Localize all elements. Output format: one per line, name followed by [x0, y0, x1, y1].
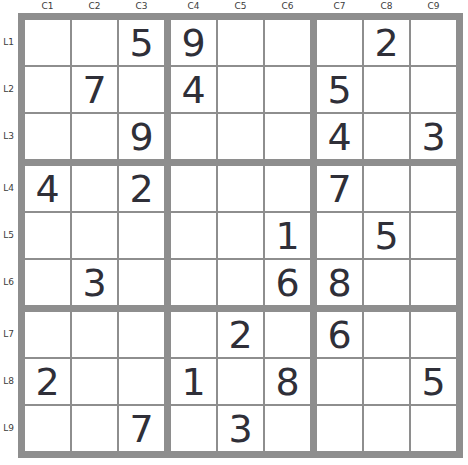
cell-L3C6[interactable]: [265, 114, 310, 159]
cell-L5C3[interactable]: [119, 213, 164, 258]
row-label-l7: L7: [0, 329, 14, 340]
cell-L9C4[interactable]: [171, 406, 216, 451]
cell-L7C6[interactable]: [265, 312, 310, 357]
cell-L1C6[interactable]: [265, 20, 310, 65]
cell-L7C3[interactable]: [119, 312, 164, 357]
cell-L7C8[interactable]: [364, 312, 409, 357]
box-1: 579: [25, 20, 164, 159]
cell-L8C3[interactable]: [119, 359, 164, 404]
cell-L5C4[interactable]: [171, 213, 216, 258]
cell-L8C4[interactable]: 1: [171, 359, 216, 404]
cell-L8C9[interactable]: 5: [411, 359, 456, 404]
cell-L3C9[interactable]: 3: [411, 114, 456, 159]
cell-L9C9[interactable]: [411, 406, 456, 451]
cell-L4C4[interactable]: [171, 166, 216, 211]
sudoku-page: 5799425434231675827218365 C1L1C2L2C3L3C4…: [0, 0, 468, 465]
column-label-c4: C4: [179, 1, 209, 12]
cell-L1C9[interactable]: [411, 20, 456, 65]
cell-L9C8[interactable]: [364, 406, 409, 451]
cell-L7C4[interactable]: [171, 312, 216, 357]
cell-L1C2[interactable]: [72, 20, 117, 65]
cell-L2C8[interactable]: [364, 67, 409, 112]
cell-L1C4[interactable]: 9: [171, 20, 216, 65]
sudoku-board: 5799425434231675827218365: [18, 13, 463, 458]
cell-L1C1[interactable]: [25, 20, 70, 65]
box-3: 2543: [317, 20, 456, 159]
row-label-l1: L1: [0, 37, 14, 48]
cell-L4C8[interactable]: [364, 166, 409, 211]
cell-L6C4[interactable]: [171, 260, 216, 305]
cell-L1C8[interactable]: 2: [364, 20, 409, 65]
cell-L2C5[interactable]: [218, 67, 263, 112]
cell-L3C1[interactable]: [25, 114, 70, 159]
column-label-c1: C1: [33, 1, 63, 12]
cell-L4C9[interactable]: [411, 166, 456, 211]
cell-L4C6[interactable]: [265, 166, 310, 211]
cell-L6C5[interactable]: [218, 260, 263, 305]
cell-L4C5[interactable]: [218, 166, 263, 211]
cell-L7C5[interactable]: 2: [218, 312, 263, 357]
cell-L2C1[interactable]: [25, 67, 70, 112]
cell-L9C7[interactable]: [317, 406, 362, 451]
row-label-l3: L3: [0, 131, 14, 142]
cell-L2C2[interactable]: 7: [72, 67, 117, 112]
box-2: 94: [171, 20, 310, 159]
column-label-c5: C5: [226, 1, 256, 12]
row-label-l5: L5: [0, 230, 14, 241]
box-8: 2183: [171, 312, 310, 451]
cell-L7C7[interactable]: 6: [317, 312, 362, 357]
cell-L3C8[interactable]: [364, 114, 409, 159]
cell-L9C1[interactable]: [25, 406, 70, 451]
cell-L9C5[interactable]: 3: [218, 406, 263, 451]
cell-L8C2[interactable]: [72, 359, 117, 404]
cell-L5C6[interactable]: 1: [265, 213, 310, 258]
box-5: 16: [171, 166, 310, 305]
cell-L8C5[interactable]: [218, 359, 263, 404]
box-6: 758: [317, 166, 456, 305]
cell-L6C9[interactable]: [411, 260, 456, 305]
cell-L9C3[interactable]: 7: [119, 406, 164, 451]
cell-L6C8[interactable]: [364, 260, 409, 305]
cell-L6C1[interactable]: [25, 260, 70, 305]
box-4: 423: [25, 166, 164, 305]
cell-L3C5[interactable]: [218, 114, 263, 159]
cell-L8C1[interactable]: 2: [25, 359, 70, 404]
cell-L3C2[interactable]: [72, 114, 117, 159]
cell-L2C3[interactable]: [119, 67, 164, 112]
cell-L1C7[interactable]: [317, 20, 362, 65]
cell-L6C7[interactable]: 8: [317, 260, 362, 305]
cell-L8C6[interactable]: 8: [265, 359, 310, 404]
cell-L3C7[interactable]: 4: [317, 114, 362, 159]
column-label-c7: C7: [325, 1, 355, 12]
row-label-l9: L9: [0, 423, 14, 434]
cell-L1C3[interactable]: 5: [119, 20, 164, 65]
cell-L2C9[interactable]: [411, 67, 456, 112]
column-label-c3: C3: [127, 1, 157, 12]
row-label-l2: L2: [0, 84, 14, 95]
cell-L3C3[interactable]: 9: [119, 114, 164, 159]
cell-L5C7[interactable]: [317, 213, 362, 258]
cell-L2C7[interactable]: 5: [317, 67, 362, 112]
cell-L3C4[interactable]: [171, 114, 216, 159]
cell-L9C6[interactable]: [265, 406, 310, 451]
cell-L6C6[interactable]: 6: [265, 260, 310, 305]
cell-L4C7[interactable]: 7: [317, 166, 362, 211]
cell-L6C2[interactable]: 3: [72, 260, 117, 305]
cell-L6C3[interactable]: [119, 260, 164, 305]
cell-L5C5[interactable]: [218, 213, 263, 258]
cell-L4C3[interactable]: 2: [119, 166, 164, 211]
cell-L7C2[interactable]: [72, 312, 117, 357]
cell-L1C5[interactable]: [218, 20, 263, 65]
cell-L8C8[interactable]: [364, 359, 409, 404]
cell-L4C1[interactable]: 4: [25, 166, 70, 211]
column-label-c2: C2: [80, 1, 110, 12]
cell-L9C2[interactable]: [72, 406, 117, 451]
row-label-l6: L6: [0, 277, 14, 288]
cell-L2C4[interactable]: 4: [171, 67, 216, 112]
row-label-l8: L8: [0, 376, 14, 387]
cell-L5C8[interactable]: 5: [364, 213, 409, 258]
cell-L7C9[interactable]: [411, 312, 456, 357]
cell-L4C2[interactable]: [72, 166, 117, 211]
box-7: 27: [25, 312, 164, 451]
cell-L5C9[interactable]: [411, 213, 456, 258]
row-label-l4: L4: [0, 183, 14, 194]
box-9: 65: [317, 312, 456, 451]
column-label-c8: C8: [372, 1, 402, 12]
column-label-c9: C9: [419, 1, 449, 12]
column-label-c6: C6: [273, 1, 303, 12]
cell-L8C7[interactable]: [317, 359, 362, 404]
cell-L2C6[interactable]: [265, 67, 310, 112]
cell-L5C2[interactable]: [72, 213, 117, 258]
cell-L7C1[interactable]: [25, 312, 70, 357]
cell-L5C1[interactable]: [25, 213, 70, 258]
